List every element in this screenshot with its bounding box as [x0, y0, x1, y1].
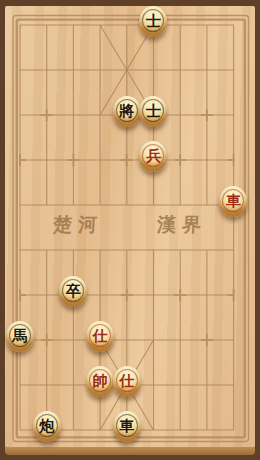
- piece-black-advisor-2[interactable]: 士: [139, 96, 167, 127]
- piece-black-horse[interactable]: 馬: [6, 321, 34, 352]
- piece-black-soldier[interactable]: 卒: [59, 276, 87, 307]
- piece-glyph: 炮: [39, 419, 54, 434]
- board-grid: 士將士兵車卒馬仕帥仕炮車: [7, 3, 247, 453]
- piece-glyph: 士: [146, 104, 161, 119]
- xiangqi-game-screen: 楚河 漢界 士將士兵車卒馬仕帥仕炮車: [0, 0, 260, 460]
- piece-red-advisor-1[interactable]: 仕: [86, 321, 114, 352]
- piece-glyph: 車: [119, 419, 134, 434]
- piece-glyph: 卒: [66, 284, 81, 299]
- piece-black-general[interactable]: 將: [113, 96, 141, 127]
- piece-glyph: 將: [119, 104, 134, 119]
- piece-glyph: 馬: [12, 329, 27, 344]
- piece-black-chariot[interactable]: 車: [113, 411, 141, 442]
- piece-red-general[interactable]: 帥: [86, 366, 114, 397]
- piece-glyph: 帥: [93, 374, 108, 389]
- piece-glyph: 兵: [146, 149, 161, 164]
- piece-red-chariot[interactable]: 車: [219, 186, 247, 217]
- piece-glyph: 士: [146, 14, 161, 29]
- piece-glyph: 仕: [119, 374, 134, 389]
- piece-black-advisor-1[interactable]: 士: [139, 6, 167, 37]
- piece-glyph: 仕: [93, 329, 108, 344]
- piece-red-soldier[interactable]: 兵: [139, 141, 167, 172]
- piece-black-cannon[interactable]: 炮: [33, 411, 61, 442]
- piece-glyph: 車: [226, 194, 241, 209]
- piece-red-advisor-2[interactable]: 仕: [113, 366, 141, 397]
